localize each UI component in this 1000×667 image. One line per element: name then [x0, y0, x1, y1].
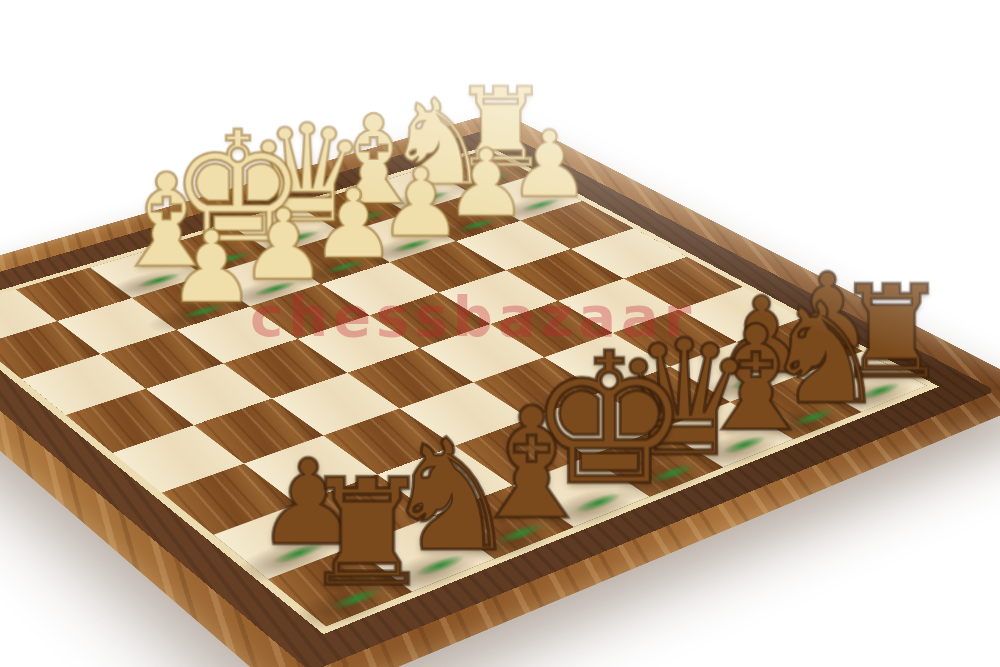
black-rook: ♜ [300, 459, 432, 606]
board-frame: ♝♚♛♝♞♜♟♟♟♟♟♟♟♟♟♜♞♝♚♛♝♞♜ [0, 111, 1000, 667]
watermark-text: chessbazaar [250, 284, 696, 349]
board-border-band: ♝♚♛♝♞♜♟♟♟♟♟♟♟♟♟♜♞♝♚♛♝♞♜ [0, 127, 996, 667]
chessboard-grid: ♝♚♛♝♞♜♟♟♟♟♟♟♟♟♟♜♞♝♚♛♝♞♜ [0, 146, 939, 635]
product-photo: ♝♚♛♝♞♜♟♟♟♟♟♟♟♟♟♜♞♝♚♛♝♞♜ chessbazaar [0, 0, 1000, 667]
white-pawn: ♟ [167, 217, 256, 317]
